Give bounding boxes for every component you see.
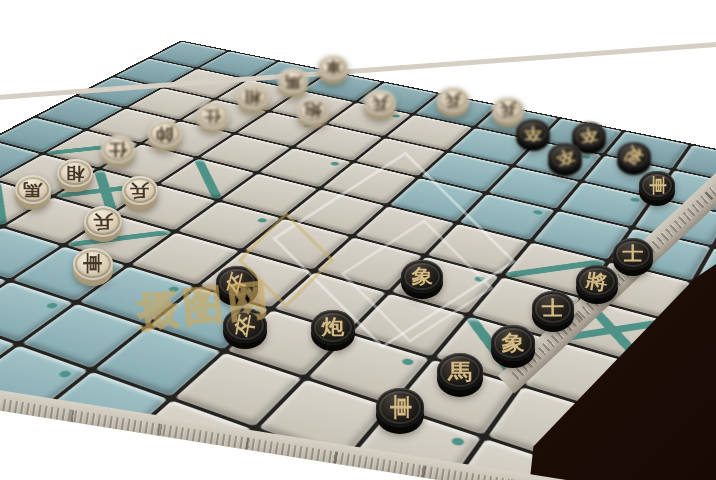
photo-stage: 馬相仕帥仕相馬車炮兵兵兵兵兵車士將士象馬車象炮卒卒卒卒卒炮車 摄图网 bbox=[0, 0, 716, 480]
